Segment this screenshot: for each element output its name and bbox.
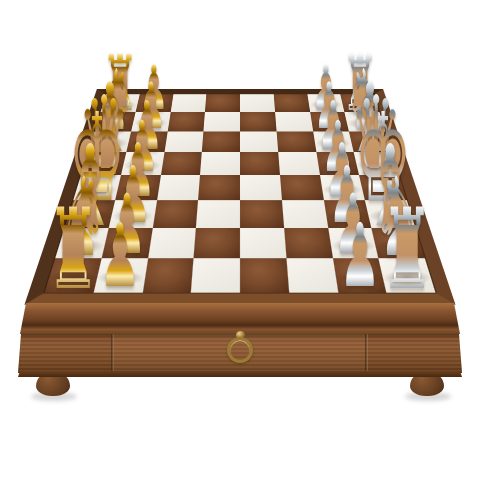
chess-square — [81, 152, 126, 175]
chess-square — [359, 175, 407, 200]
chess-square — [191, 258, 240, 292]
case-molding — [20, 303, 460, 334]
chess-square — [115, 175, 161, 200]
chess-square — [200, 152, 240, 175]
chess-square — [126, 131, 167, 152]
chess-square — [108, 200, 156, 228]
chess-square — [240, 175, 282, 200]
chess-square — [101, 94, 140, 112]
chess-square — [152, 200, 198, 228]
chess-board — [24, 89, 455, 305]
chess-square — [273, 94, 309, 112]
board-squares — [44, 94, 435, 292]
chess-square — [240, 258, 289, 292]
chess-square — [310, 112, 349, 131]
chess-square — [88, 131, 131, 152]
chess-square — [202, 131, 240, 152]
ring-pull-ring — [227, 337, 253, 363]
chess-square — [101, 228, 152, 259]
chess-square — [307, 94, 345, 112]
chess-square — [313, 131, 354, 152]
chess-square — [135, 94, 173, 112]
chess-square — [164, 131, 204, 152]
chess-square — [131, 112, 170, 131]
chess-square — [323, 200, 371, 228]
chess-square — [170, 94, 206, 112]
chess-square — [73, 175, 121, 200]
chess-square — [65, 200, 115, 228]
chess-square — [121, 152, 164, 175]
chess-set-product-photo: ♜♟♟♜♞♟♟♞♝♟♟♝♛♟♟♛♚♟♟♚♝♟♟♝♞♟♟♞♜♟♟♜ — [0, 0, 480, 480]
chess-square — [161, 152, 203, 175]
chess-square — [240, 94, 275, 112]
chess-square — [196, 200, 240, 228]
chess-square — [354, 152, 399, 175]
chess-square — [148, 228, 197, 259]
chess-square — [316, 152, 359, 175]
chess-square — [276, 131, 316, 152]
chess-square — [44, 258, 101, 292]
chess-square — [278, 152, 320, 175]
chess-square — [345, 112, 386, 131]
chess-square — [157, 175, 201, 200]
chess-square — [320, 175, 366, 200]
chess-square — [365, 200, 415, 228]
chess-square — [284, 228, 333, 259]
chess-square — [372, 228, 425, 259]
chess-square — [198, 175, 240, 200]
chess-square — [379, 258, 436, 292]
chess-square — [142, 258, 194, 292]
chess-square — [95, 112, 136, 131]
chess-square — [55, 228, 108, 259]
chess-square — [340, 94, 379, 112]
chess-square — [240, 200, 284, 228]
drawer-seam-right — [365, 334, 368, 373]
chess-square — [204, 112, 240, 131]
chess-square — [240, 228, 286, 259]
chess-square — [328, 228, 379, 259]
chess-square — [240, 112, 276, 131]
ring-pull-handle — [227, 331, 254, 364]
chess-square — [332, 258, 386, 292]
drawer-seam-left — [111, 334, 114, 373]
chess-square — [240, 131, 278, 152]
chess-square — [275, 112, 313, 131]
chess-square — [205, 94, 240, 112]
chess-square — [167, 112, 205, 131]
chess-square — [282, 200, 328, 228]
chess-square — [280, 175, 324, 200]
chess-square — [286, 258, 338, 292]
chess-square — [194, 228, 240, 259]
chess-square — [93, 258, 147, 292]
chess-square — [240, 152, 280, 175]
chess-square — [349, 131, 392, 152]
case-bottom-edge — [18, 371, 462, 377]
